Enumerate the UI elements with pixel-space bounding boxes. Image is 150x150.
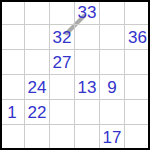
cell-r4c6[interactable] (125, 75, 150, 100)
puzzle-grid: 333236272413912217 (0, 0, 150, 150)
cell-r4c3[interactable] (50, 75, 75, 100)
cell-r4c2[interactable]: 24 (25, 75, 50, 100)
cell-r4c5[interactable]: 9 (100, 75, 125, 100)
cell-r5c5[interactable] (100, 100, 125, 125)
cell-r2c1[interactable] (0, 25, 25, 50)
hidato-board: 333236272413912217 (0, 0, 150, 150)
cell-r3c2[interactable] (25, 50, 50, 75)
cell-r5c2[interactable]: 22 (25, 100, 50, 125)
cell-r5c3[interactable] (50, 100, 75, 125)
cell-r2c4[interactable] (75, 25, 100, 50)
cell-r6c6[interactable] (125, 125, 150, 150)
cell-r6c1[interactable] (0, 125, 25, 150)
cell-r3c1[interactable] (0, 50, 25, 75)
cell-r2c5[interactable] (100, 25, 125, 50)
cell-r3c4[interactable] (75, 50, 100, 75)
cell-r1c3[interactable] (50, 0, 75, 25)
cell-r5c1[interactable]: 1 (0, 100, 25, 125)
cell-r6c4[interactable] (75, 125, 100, 150)
cell-r2c3[interactable]: 32 (50, 25, 75, 50)
cell-r1c4[interactable]: 33 (75, 0, 100, 25)
cell-r1c1[interactable] (0, 0, 25, 25)
cell-r3c3[interactable]: 27 (50, 50, 75, 75)
cell-r6c5[interactable]: 17 (100, 125, 125, 150)
cell-r4c4[interactable]: 13 (75, 75, 100, 100)
cell-r1c5[interactable] (100, 0, 125, 25)
cell-r5c6[interactable] (125, 100, 150, 125)
cell-r3c5[interactable] (100, 50, 125, 75)
cell-r5c4[interactable] (75, 100, 100, 125)
cell-r1c6[interactable] (125, 0, 150, 25)
cell-r2c6[interactable]: 36 (125, 25, 150, 50)
cell-r1c2[interactable] (25, 0, 50, 25)
cell-r2c2[interactable] (25, 25, 50, 50)
cell-r6c3[interactable] (50, 125, 75, 150)
cell-r4c1[interactable] (0, 75, 25, 100)
cell-r3c6[interactable] (125, 50, 150, 75)
cell-r6c2[interactable] (25, 125, 50, 150)
